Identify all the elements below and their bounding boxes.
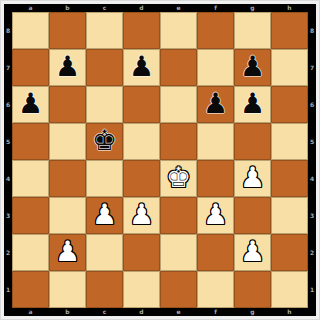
rank-labels-right: 87654321: [308, 12, 316, 308]
square-d8[interactable]: [123, 12, 160, 49]
square-g5[interactable]: [234, 123, 271, 160]
rank-label-4: 4: [308, 160, 316, 197]
square-g3[interactable]: [234, 197, 271, 234]
square-f1[interactable]: [197, 271, 234, 308]
file-label-f: f: [197, 308, 234, 316]
square-f4[interactable]: [197, 160, 234, 197]
file-label-d: d: [123, 308, 160, 316]
file-label-c: c: [86, 308, 123, 316]
file-label-b: b: [49, 308, 86, 316]
square-h3[interactable]: [271, 197, 308, 234]
file-label-e: e: [160, 308, 197, 316]
file-label-a: a: [12, 4, 49, 12]
square-c3[interactable]: ♟: [86, 197, 123, 234]
piece-black-pawn[interactable]: ♟: [240, 53, 265, 81]
rank-label-8: 8: [4, 12, 12, 49]
rank-label-1: 1: [308, 271, 316, 308]
rank-label-7: 7: [308, 49, 316, 86]
file-label-g: g: [234, 308, 271, 316]
square-d4[interactable]: [123, 160, 160, 197]
square-g7[interactable]: ♟: [234, 49, 271, 86]
file-label-b: b: [49, 4, 86, 12]
piece-white-pawn[interactable]: ♟: [203, 201, 228, 229]
square-c6[interactable]: [86, 86, 123, 123]
piece-black-pawn[interactable]: ♟: [203, 90, 228, 118]
square-f5[interactable]: [197, 123, 234, 160]
rank-label-6: 6: [4, 86, 12, 123]
square-a8[interactable]: [12, 12, 49, 49]
square-g8[interactable]: [234, 12, 271, 49]
square-f8[interactable]: [197, 12, 234, 49]
file-label-h: h: [271, 4, 308, 12]
file-label-g: g: [234, 4, 271, 12]
square-e5[interactable]: [160, 123, 197, 160]
rank-label-8: 8: [308, 12, 316, 49]
file-labels-top: abcdefgh: [12, 4, 308, 12]
square-e7[interactable]: [160, 49, 197, 86]
square-c2[interactable]: [86, 234, 123, 271]
rank-label-2: 2: [308, 234, 316, 271]
square-a4[interactable]: [12, 160, 49, 197]
piece-white-pawn[interactable]: ♟: [240, 238, 265, 266]
file-label-h: h: [271, 308, 308, 316]
piece-white-pawn[interactable]: ♟: [240, 164, 265, 192]
square-e3[interactable]: [160, 197, 197, 234]
square-h6[interactable]: [271, 86, 308, 123]
square-f3[interactable]: ♟: [197, 197, 234, 234]
square-b4[interactable]: [49, 160, 86, 197]
square-e6[interactable]: [160, 86, 197, 123]
file-label-d: d: [123, 4, 160, 12]
square-e2[interactable]: [160, 234, 197, 271]
square-h5[interactable]: [271, 123, 308, 160]
square-a5[interactable]: [12, 123, 49, 160]
square-g6[interactable]: ♟: [234, 86, 271, 123]
rank-label-3: 3: [4, 197, 12, 234]
square-f2[interactable]: [197, 234, 234, 271]
square-g2[interactable]: ♟: [234, 234, 271, 271]
square-b8[interactable]: [49, 12, 86, 49]
file-label-f: f: [197, 4, 234, 12]
square-a2[interactable]: [12, 234, 49, 271]
piece-black-king[interactable]: ♚: [92, 127, 117, 155]
square-f7[interactable]: [197, 49, 234, 86]
rank-label-1: 1: [4, 271, 12, 308]
piece-white-pawn[interactable]: ♟: [55, 238, 80, 266]
square-d5[interactable]: [123, 123, 160, 160]
square-a1[interactable]: [12, 271, 49, 308]
file-label-e: e: [160, 4, 197, 12]
board-frame: abcdefgh abcdefgh 87654321 87654321 ♟♟♟♟…: [4, 4, 316, 316]
square-b7[interactable]: ♟: [49, 49, 86, 86]
rank-labels-left: 87654321: [4, 12, 12, 308]
file-labels-bottom: abcdefgh: [12, 308, 308, 316]
rank-label-4: 4: [4, 160, 12, 197]
square-h2[interactable]: [271, 234, 308, 271]
piece-black-pawn[interactable]: ♟: [240, 90, 265, 118]
rank-label-6: 6: [308, 86, 316, 123]
square-a7[interactable]: [12, 49, 49, 86]
square-e4[interactable]: ♚: [160, 160, 197, 197]
square-a3[interactable]: [12, 197, 49, 234]
square-h7[interactable]: [271, 49, 308, 86]
piece-white-king[interactable]: ♚: [166, 164, 191, 192]
rank-label-5: 5: [308, 123, 316, 160]
piece-black-pawn[interactable]: ♟: [18, 90, 43, 118]
square-d7[interactable]: ♟: [123, 49, 160, 86]
square-d6[interactable]: [123, 86, 160, 123]
square-a6[interactable]: ♟: [12, 86, 49, 123]
square-d1[interactable]: [123, 271, 160, 308]
square-c5[interactable]: ♚: [86, 123, 123, 160]
square-b3[interactable]: [49, 197, 86, 234]
square-c7[interactable]: [86, 49, 123, 86]
square-c8[interactable]: [86, 12, 123, 49]
square-h1[interactable]: [271, 271, 308, 308]
square-c4[interactable]: [86, 160, 123, 197]
piece-black-pawn[interactable]: ♟: [55, 53, 80, 81]
square-e1[interactable]: [160, 271, 197, 308]
chess-board: ♟♟♟♟♟♟♚♚♟♟♟♟♟♟: [12, 12, 308, 308]
square-h4[interactable]: [271, 160, 308, 197]
square-b2[interactable]: ♟: [49, 234, 86, 271]
square-g4[interactable]: ♟: [234, 160, 271, 197]
square-c1[interactable]: [86, 271, 123, 308]
file-label-c: c: [86, 4, 123, 12]
square-d3[interactable]: ♟: [123, 197, 160, 234]
piece-black-pawn[interactable]: ♟: [129, 53, 154, 81]
piece-white-pawn[interactable]: ♟: [129, 201, 154, 229]
square-b5[interactable]: [49, 123, 86, 160]
piece-white-pawn[interactable]: ♟: [92, 201, 117, 229]
rank-label-5: 5: [4, 123, 12, 160]
square-h8[interactable]: [271, 12, 308, 49]
rank-label-2: 2: [4, 234, 12, 271]
rank-label-3: 3: [308, 197, 316, 234]
chess-diagram-page: abcdefgh abcdefgh 87654321 87654321 ♟♟♟♟…: [0, 0, 320, 320]
square-d2[interactable]: [123, 234, 160, 271]
square-e8[interactable]: [160, 12, 197, 49]
file-label-a: a: [12, 308, 49, 316]
square-f6[interactable]: ♟: [197, 86, 234, 123]
square-b6[interactable]: [49, 86, 86, 123]
square-b1[interactable]: [49, 271, 86, 308]
square-g1[interactable]: [234, 271, 271, 308]
rank-label-7: 7: [4, 49, 12, 86]
